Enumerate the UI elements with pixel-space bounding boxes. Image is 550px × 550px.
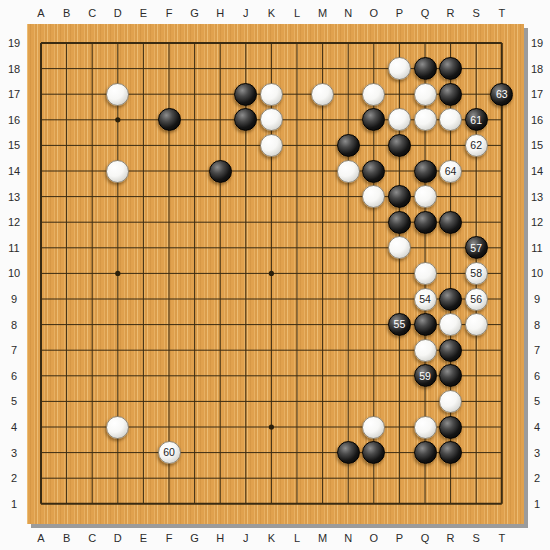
coord-label-left-14: 14: [2, 164, 26, 178]
stone-white-R16[interactable]: [439, 108, 462, 131]
coord-label-left-1: 1: [2, 497, 26, 511]
coord-label-bottom-R: R: [439, 531, 463, 545]
stone-white-Q4[interactable]: [414, 416, 437, 439]
coord-label-bottom-L: L: [285, 531, 309, 545]
stone-black-F16[interactable]: [158, 108, 181, 131]
stone-black-R12[interactable]: [439, 211, 462, 234]
stone-black-P15[interactable]: [388, 134, 411, 157]
stone-black-O14[interactable]: [362, 160, 385, 183]
coord-label-left-12: 12: [2, 215, 26, 229]
coord-label-top-Q: Q: [413, 6, 437, 20]
coord-label-top-R: R: [439, 6, 463, 20]
coord-label-bottom-Q: Q: [413, 531, 437, 545]
coord-label-left-18: 18: [2, 62, 26, 76]
coord-label-left-2: 2: [2, 471, 26, 485]
coord-label-top-N: N: [336, 6, 360, 20]
stone-white-S9[interactable]: 56: [465, 288, 488, 311]
move-number-label: 55: [394, 319, 406, 330]
stone-white-R5[interactable]: [439, 390, 462, 413]
move-number-label: 56: [470, 294, 482, 305]
coord-label-left-17: 17: [2, 87, 26, 101]
stone-white-M17[interactable]: [311, 83, 334, 106]
coord-label-top-A: A: [29, 6, 53, 20]
coord-label-bottom-D: D: [106, 531, 130, 545]
coord-label-top-P: P: [387, 6, 411, 20]
stone-black-O3[interactable]: [362, 441, 385, 464]
stone-white-Q17[interactable]: [414, 83, 437, 106]
coord-label-right-1: 1: [525, 497, 549, 511]
coord-label-top-T: T: [490, 6, 514, 20]
coord-label-right-10: 10: [525, 266, 549, 280]
move-number-label: 58: [470, 268, 482, 279]
coord-label-right-14: 14: [525, 164, 549, 178]
stone-white-D4[interactable]: [106, 416, 129, 439]
coord-label-top-H: H: [208, 6, 232, 20]
coord-label-top-L: L: [285, 6, 309, 20]
coord-label-left-6: 6: [2, 369, 26, 383]
coord-label-right-11: 11: [525, 241, 549, 255]
go-game-screen: ABCDEFGHJKLMNOPQRST ABCDEFGHJKLMNOPQRST …: [0, 0, 550, 550]
coord-label-left-11: 11: [2, 241, 26, 255]
stone-white-S15[interactable]: 62: [465, 134, 488, 157]
stone-black-O16[interactable]: [362, 108, 385, 131]
stone-black-N15[interactable]: [337, 134, 360, 157]
stone-white-O4[interactable]: [362, 416, 385, 439]
coord-label-top-F: F: [157, 6, 181, 20]
stone-white-R14[interactable]: 64: [439, 160, 462, 183]
move-number-label: 59: [419, 371, 431, 382]
stone-black-P8[interactable]: 55: [388, 313, 411, 336]
coord-label-bottom-H: H: [208, 531, 232, 545]
coord-label-right-6: 6: [525, 369, 549, 383]
stone-white-Q13[interactable]: [414, 185, 437, 208]
stone-black-J16[interactable]: [234, 108, 257, 131]
stone-white-P11[interactable]: [388, 236, 411, 259]
coord-label-top-O: O: [362, 6, 386, 20]
stone-black-J17[interactable]: [234, 83, 257, 106]
coord-label-bottom-A: A: [29, 531, 53, 545]
stone-black-R3[interactable]: [439, 441, 462, 464]
coord-label-bottom-G: G: [183, 531, 207, 545]
coord-label-left-16: 16: [2, 113, 26, 127]
coord-label-right-19: 19: [525, 36, 549, 50]
coord-label-left-13: 13: [2, 190, 26, 204]
go-board[interactable]: 6361626457585456555960: [27, 24, 524, 524]
coord-label-left-4: 4: [2, 420, 26, 434]
coord-label-bottom-J: J: [234, 531, 258, 545]
stone-white-S8[interactable]: [465, 313, 488, 336]
stone-white-P16[interactable]: [388, 108, 411, 131]
coord-label-right-5: 5: [525, 394, 549, 408]
coord-label-bottom-N: N: [336, 531, 360, 545]
coord-label-top-K: K: [259, 6, 283, 20]
stone-black-T17[interactable]: 63: [490, 83, 513, 106]
stone-white-S10[interactable]: 58: [465, 262, 488, 285]
coord-label-bottom-K: K: [259, 531, 283, 545]
coord-label-top-S: S: [464, 6, 488, 20]
stone-black-Q8[interactable]: [414, 313, 437, 336]
stone-white-Q9[interactable]: 54: [414, 288, 437, 311]
stone-black-S11[interactable]: 57: [465, 236, 488, 259]
coord-label-top-G: G: [183, 6, 207, 20]
coord-label-right-4: 4: [525, 420, 549, 434]
stones-layer: 6361626457585456555960: [27, 24, 524, 524]
coord-label-right-18: 18: [525, 62, 549, 76]
stone-white-D17[interactable]: [106, 83, 129, 106]
coord-label-bottom-S: S: [464, 531, 488, 545]
coord-label-right-2: 2: [525, 471, 549, 485]
coord-label-bottom-P: P: [387, 531, 411, 545]
stone-white-K16[interactable]: [260, 108, 283, 131]
coord-label-right-3: 3: [525, 446, 549, 460]
coord-label-right-17: 17: [525, 87, 549, 101]
coord-label-right-7: 7: [525, 343, 549, 357]
stone-black-R4[interactable]: [439, 416, 462, 439]
coord-label-top-J: J: [234, 6, 258, 20]
coord-label-top-D: D: [106, 6, 130, 20]
stone-black-S16[interactable]: 61: [465, 108, 488, 131]
stone-white-P18[interactable]: [388, 57, 411, 80]
coord-label-right-12: 12: [525, 215, 549, 229]
coord-label-bottom-B: B: [55, 531, 79, 545]
coord-label-right-13: 13: [525, 190, 549, 204]
stone-white-K17[interactable]: [260, 83, 283, 106]
stone-white-K15[interactable]: [260, 134, 283, 157]
move-number-label: 54: [419, 294, 431, 305]
stone-white-D14[interactable]: [106, 160, 129, 183]
stone-white-O17[interactable]: [362, 83, 385, 106]
coord-label-bottom-C: C: [80, 531, 104, 545]
stone-black-Q18[interactable]: [414, 57, 437, 80]
move-number-label: 61: [470, 115, 482, 126]
stone-white-Q7[interactable]: [414, 339, 437, 362]
coord-label-right-15: 15: [525, 138, 549, 152]
stone-black-R7[interactable]: [439, 339, 462, 362]
stone-black-H14[interactable]: [209, 160, 232, 183]
stone-white-Q10[interactable]: [414, 262, 437, 285]
coord-label-top-M: M: [311, 6, 335, 20]
stone-black-Q14[interactable]: [414, 160, 437, 183]
stone-white-N14[interactable]: [337, 160, 360, 183]
coord-label-bottom-E: E: [131, 531, 155, 545]
stone-black-Q6[interactable]: 59: [414, 364, 437, 387]
coord-label-left-5: 5: [2, 394, 26, 408]
stone-black-P12[interactable]: [388, 211, 411, 234]
coord-label-top-B: B: [55, 6, 79, 20]
stone-black-R17[interactable]: [439, 83, 462, 106]
stone-black-P13[interactable]: [388, 185, 411, 208]
coord-label-left-8: 8: [2, 318, 26, 332]
stone-white-R8[interactable]: [439, 313, 462, 336]
coord-label-left-10: 10: [2, 266, 26, 280]
coord-label-bottom-F: F: [157, 531, 181, 545]
stone-black-R9[interactable]: [439, 288, 462, 311]
coord-label-left-9: 9: [2, 292, 26, 306]
move-number-label: 62: [470, 140, 482, 151]
coord-label-left-15: 15: [2, 138, 26, 152]
coord-label-right-9: 9: [525, 292, 549, 306]
coord-label-top-C: C: [80, 6, 104, 20]
stone-black-Q3[interactable]: [414, 441, 437, 464]
coord-label-right-16: 16: [525, 113, 549, 127]
coord-label-left-19: 19: [2, 36, 26, 50]
move-number-label: 63: [496, 89, 508, 100]
coord-label-bottom-M: M: [311, 531, 335, 545]
coord-label-right-8: 8: [525, 318, 549, 332]
stone-black-Q12[interactable]: [414, 211, 437, 234]
stone-black-R6[interactable]: [439, 364, 462, 387]
coord-label-left-7: 7: [2, 343, 26, 357]
coord-label-left-3: 3: [2, 446, 26, 460]
stone-black-R18[interactable]: [439, 57, 462, 80]
stone-black-N3[interactable]: [337, 441, 360, 464]
coord-label-top-E: E: [131, 6, 155, 20]
stone-white-F3[interactable]: 60: [158, 441, 181, 464]
move-number-label: 57: [470, 243, 482, 254]
coord-label-bottom-O: O: [362, 531, 386, 545]
stone-white-Q16[interactable]: [414, 108, 437, 131]
move-number-label: 60: [163, 447, 175, 458]
stone-white-O13[interactable]: [362, 185, 385, 208]
move-number-label: 64: [445, 166, 457, 177]
coord-label-bottom-T: T: [490, 531, 514, 545]
